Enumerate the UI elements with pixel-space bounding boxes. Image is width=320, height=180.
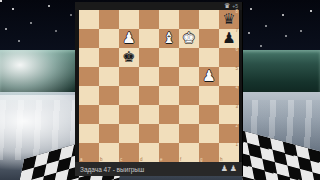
top-bar: ♛ +5 — [75, 2, 242, 10]
rank-label: 4 — [235, 86, 238, 91]
square-g7[interactable] — [199, 29, 219, 48]
scene: ♛ +5 8♛♟♝♚7♟♚6♟5432abcdefg1h Задача 47 -… — [0, 0, 320, 180]
square-g8[interactable] — [199, 10, 219, 29]
puzzle-title: Задача 47 - выигрыш — [80, 166, 221, 173]
square-g2[interactable] — [199, 124, 219, 143]
square-h3[interactable]: 3 — [219, 105, 239, 124]
file-label: b — [100, 158, 103, 163]
piece-white-pawn[interactable]: ♟ — [202, 69, 215, 84]
chess-app-window: ♛ +5 8♛♟♝♚7♟♚6♟5432abcdefg1h Задача 47 -… — [75, 2, 243, 176]
square-h1[interactable]: 1h — [219, 143, 239, 162]
file-label: a — [80, 158, 83, 163]
square-f8[interactable] — [179, 10, 199, 29]
square-h6[interactable]: 6 — [219, 48, 239, 67]
square-b4[interactable] — [99, 86, 119, 105]
square-f3[interactable] — [179, 105, 199, 124]
rank-label: 6 — [235, 48, 238, 53]
square-d7[interactable] — [139, 29, 159, 48]
file-label: h — [220, 158, 223, 163]
square-g1[interactable]: g — [199, 143, 219, 162]
rank-label: 5 — [235, 67, 238, 72]
square-a5[interactable] — [79, 67, 99, 86]
square-d3[interactable] — [139, 105, 159, 124]
square-g4[interactable] — [199, 86, 219, 105]
square-d2[interactable] — [139, 124, 159, 143]
square-f2[interactable] — [179, 124, 199, 143]
piece-black-queen[interactable]: ♛ — [222, 12, 235, 27]
square-d6[interactable] — [139, 48, 159, 67]
piece-white-king[interactable]: ♚ — [182, 31, 195, 46]
square-e5[interactable] — [159, 67, 179, 86]
square-d4[interactable] — [139, 86, 159, 105]
square-e2[interactable] — [159, 124, 179, 143]
file-label: f — [180, 158, 181, 163]
square-e3[interactable] — [159, 105, 179, 124]
chess-board[interactable]: 8♛♟♝♚7♟♚6♟5432abcdefg1h — [79, 10, 239, 162]
square-e1[interactable]: e — [159, 143, 179, 162]
square-g3[interactable] — [199, 105, 219, 124]
piece-black-pawn[interactable]: ♟ — [222, 31, 235, 46]
square-a6[interactable] — [79, 48, 99, 67]
square-a3[interactable] — [79, 105, 99, 124]
square-e7[interactable]: ♝ — [159, 29, 179, 48]
square-b1[interactable]: b — [99, 143, 119, 162]
file-label: c — [120, 158, 122, 163]
square-e6[interactable] — [159, 48, 179, 67]
square-c1[interactable]: c — [119, 143, 139, 162]
square-c4[interactable] — [119, 86, 139, 105]
square-e4[interactable] — [159, 86, 179, 105]
square-h8[interactable]: 8♛ — [219, 10, 239, 29]
rank-label: 3 — [235, 105, 238, 110]
piece-white-bishop[interactable]: ♝ — [162, 31, 175, 46]
square-h7[interactable]: 7♟ — [219, 29, 239, 48]
square-c5[interactable] — [119, 67, 139, 86]
pawn-icon: ♟ — [221, 165, 228, 173]
pawn-icon: ♟ — [230, 165, 237, 173]
square-f1[interactable]: f — [179, 143, 199, 162]
queen-icon: ♛ — [224, 3, 230, 10]
square-b5[interactable] — [99, 67, 119, 86]
square-b2[interactable] — [99, 124, 119, 143]
square-g6[interactable] — [199, 48, 219, 67]
square-h5[interactable]: 5 — [219, 67, 239, 86]
stars — [0, 0, 2, 2]
square-d1[interactable]: d — [139, 143, 159, 162]
square-f7[interactable]: ♚ — [179, 29, 199, 48]
piece-white-pawn[interactable]: ♟ — [122, 31, 135, 46]
file-label: e — [160, 158, 163, 163]
rank-label: 2 — [235, 124, 238, 129]
rank-label: 7 — [235, 29, 238, 34]
square-f6[interactable] — [179, 48, 199, 67]
piece-black-king[interactable]: ♚ — [122, 50, 135, 65]
square-g5[interactable]: ♟ — [199, 67, 219, 86]
material-advantage: +5 — [232, 4, 238, 9]
square-a7[interactable] — [79, 29, 99, 48]
square-e8[interactable] — [159, 10, 179, 29]
file-label: d — [140, 158, 143, 163]
square-h2[interactable]: 2 — [219, 124, 239, 143]
square-a2[interactable] — [79, 124, 99, 143]
file-label: g — [200, 158, 203, 163]
rank-label: 1 — [235, 143, 238, 148]
square-b7[interactable] — [99, 29, 119, 48]
square-f5[interactable] — [179, 67, 199, 86]
square-a1[interactable]: a — [79, 143, 99, 162]
square-c3[interactable] — [119, 105, 139, 124]
square-c2[interactable] — [119, 124, 139, 143]
square-f4[interactable] — [179, 86, 199, 105]
status-bar: Задача 47 - выигрыш ♟♟ — [75, 162, 242, 176]
square-h4[interactable]: 4 — [219, 86, 239, 105]
rank-label: 8 — [235, 10, 238, 15]
square-c8[interactable] — [119, 10, 139, 29]
square-b3[interactable] — [99, 105, 119, 124]
square-b8[interactable] — [99, 10, 119, 29]
square-d5[interactable] — [139, 67, 159, 86]
square-a8[interactable] — [79, 10, 99, 29]
square-c6[interactable]: ♚ — [119, 48, 139, 67]
square-a4[interactable] — [79, 86, 99, 105]
square-d8[interactable] — [139, 10, 159, 29]
square-c7[interactable]: ♟ — [119, 29, 139, 48]
captured-pieces-tray: ♟♟ — [221, 165, 237, 173]
square-b6[interactable] — [99, 48, 119, 67]
